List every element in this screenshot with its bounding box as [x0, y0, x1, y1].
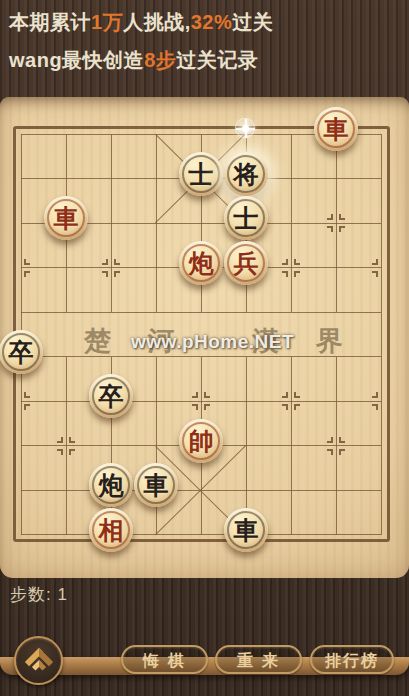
grid-line: [291, 357, 292, 535]
piece-black-general[interactable]: 将: [224, 152, 268, 196]
piece-glyph: 炮: [179, 241, 223, 285]
point-marker: [371, 391, 391, 411]
piece-glyph: 卒: [89, 374, 133, 418]
piece-red-general[interactable]: 帥: [179, 419, 223, 463]
piece-red-cannon[interactable]: 炮: [179, 241, 223, 285]
point-marker: [56, 436, 76, 456]
piece-glyph: 帥: [179, 419, 223, 463]
piece-glyph: 車: [314, 107, 358, 151]
point-marker: [326, 436, 346, 456]
point-marker: [101, 258, 121, 278]
piece-glyph: 卒: [0, 330, 43, 374]
challenge-stats-line: 本期累计1万人挑战,32%过关: [9, 9, 273, 36]
banner-text-segment: 过关记录: [176, 49, 258, 71]
piece-black-advisor[interactable]: 士: [224, 196, 268, 240]
piece-glyph: 士: [224, 196, 268, 240]
piece-glyph: 車: [134, 463, 178, 507]
move-counter-value: 1: [57, 585, 67, 604]
piece-black-pawn[interactable]: 卒: [89, 374, 133, 418]
point-marker: [281, 391, 301, 411]
banner-text-segment: 1万: [91, 11, 123, 33]
piece-black-advisor[interactable]: 士: [179, 152, 223, 196]
restart-button[interactable]: 重 来: [215, 645, 302, 674]
banner-text-segment: 人挑战,: [123, 11, 191, 33]
piece-black-cannon[interactable]: 炮: [89, 463, 133, 507]
point-marker: [191, 391, 211, 411]
point-marker: [11, 391, 31, 411]
grid-line: [291, 134, 292, 312]
piece-glyph: 炮: [89, 463, 133, 507]
point-marker: [11, 258, 31, 278]
piece-glyph: 相: [89, 508, 133, 552]
piece-black-rook[interactable]: 車: [134, 463, 178, 507]
point-marker: [371, 258, 391, 278]
banner-text-segment: wang最快创造: [9, 49, 144, 71]
piece-red-pawn[interactable]: 兵: [224, 241, 268, 285]
grid-line: [381, 134, 382, 535]
move-counter-label: 步数:: [10, 585, 52, 604]
banner-text-segment: 本期累计: [9, 11, 91, 33]
app-screen: 本期累计1万人挑战,32%过关 wang最快创造8步过关记录 楚 河 漢 界 w…: [0, 0, 409, 696]
undo-move-button[interactable]: 悔 棋: [121, 645, 208, 674]
piece-glyph: 車: [224, 508, 268, 552]
piece-red-elephant[interactable]: 相: [89, 508, 133, 552]
piece-black-rook[interactable]: 車: [224, 508, 268, 552]
piece-glyph: 将: [224, 152, 268, 196]
piece-glyph: 兵: [224, 241, 268, 285]
collapse-menu-button[interactable]: [14, 636, 63, 685]
piece-glyph: 士: [179, 152, 223, 196]
point-marker: [326, 213, 346, 233]
piece-black-pawn[interactable]: 卒: [0, 330, 43, 374]
piece-glyph: 車: [44, 196, 88, 240]
banner-text-segment: 32%: [191, 11, 233, 33]
move-counter: 步数: 1: [10, 583, 68, 606]
grid-line: [111, 134, 112, 312]
challenge-banner: 本期累计1万人挑战,32%过关 wang最快创造8步过关记录: [0, 0, 409, 97]
watermark-text: www.pHome.NET: [131, 331, 294, 353]
record-holder-line: wang最快创造8步过关记录: [9, 47, 258, 74]
piece-red-rook[interactable]: 車: [44, 196, 88, 240]
leaderboard-button[interactable]: 排行榜: [310, 645, 394, 674]
banner-text-segment: 过关: [232, 11, 273, 33]
last-move-sparkle-icon: [235, 118, 257, 140]
banner-text-segment: 8步: [144, 49, 176, 71]
point-marker: [281, 258, 301, 278]
piece-red-rook[interactable]: 車: [314, 107, 358, 151]
